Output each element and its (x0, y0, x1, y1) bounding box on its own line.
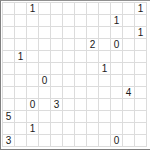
cell-r4c2[interactable] (27, 51, 39, 63)
cell-r1c1[interactable] (15, 15, 27, 27)
cell-r0c8[interactable] (99, 3, 111, 15)
cell-r1c3[interactable] (39, 15, 51, 27)
cell-r2c6[interactable] (75, 27, 87, 39)
cell-r3c3[interactable] (39, 39, 51, 51)
cell-r10c10[interactable] (123, 123, 135, 135)
cell-r11c5[interactable] (63, 135, 75, 147)
cell-r6c10[interactable] (123, 75, 135, 87)
cell-r3c4[interactable] (51, 39, 63, 51)
cell-r8c9[interactable] (111, 99, 123, 111)
cell-r11c0-clue: 3 (3, 135, 15, 147)
cell-r5c7[interactable] (87, 63, 99, 75)
cell-r2c11-clue: 1 (135, 27, 147, 39)
cell-r2c8[interactable] (99, 27, 111, 39)
cell-r11c11[interactable] (135, 135, 147, 147)
cell-r3c2[interactable] (27, 39, 39, 51)
cell-r6c4[interactable] (51, 75, 63, 87)
cell-r10c9[interactable] (111, 123, 123, 135)
cell-r5c8-clue: 1 (99, 63, 111, 75)
cell-r6c11[interactable] (135, 75, 147, 87)
cell-r0c11-clue: 1 (135, 3, 147, 15)
cell-r5c2[interactable] (27, 63, 39, 75)
cell-r2c3[interactable] (39, 27, 51, 39)
cell-r9c1[interactable] (15, 111, 27, 123)
cell-r10c6[interactable] (75, 123, 87, 135)
cell-r4c7[interactable] (87, 51, 99, 63)
cell-r5c9[interactable] (111, 63, 123, 75)
cell-r4c9[interactable] (111, 51, 123, 63)
cell-r9c8[interactable] (99, 111, 111, 123)
cell-r7c1[interactable] (15, 87, 27, 99)
cell-r11c9-clue: 0 (111, 135, 123, 147)
cell-r11c4[interactable] (51, 135, 63, 147)
cell-r9c4[interactable] (51, 111, 63, 123)
cell-r4c1-clue: 1 (15, 51, 27, 63)
cell-r5c1[interactable] (15, 63, 27, 75)
cell-r9c11[interactable] (135, 111, 147, 123)
cell-r9c9[interactable] (111, 111, 123, 123)
cell-r3c8[interactable] (99, 39, 111, 51)
cell-r10c4[interactable] (51, 123, 63, 135)
cell-r6c7[interactable] (87, 75, 99, 87)
cell-r7c0[interactable] (3, 87, 15, 99)
cell-r4c10[interactable] (123, 51, 135, 63)
cell-r8c2-clue: 0 (27, 99, 39, 111)
cell-r10c0[interactable] (3, 123, 15, 135)
cell-r8c8[interactable] (99, 99, 111, 111)
cell-r11c1[interactable] (15, 135, 27, 147)
cell-r7c8[interactable] (99, 87, 111, 99)
cell-r1c5[interactable] (63, 15, 75, 27)
cell-r10c1[interactable] (15, 123, 27, 135)
cell-r8c4-clue: 3 (51, 99, 63, 111)
cell-r7c5[interactable] (63, 87, 75, 99)
cell-r8c11[interactable] (135, 99, 147, 111)
cell-r10c5[interactable] (63, 123, 75, 135)
cell-r8c10[interactable] (123, 99, 135, 111)
puzzle-grid: 1111201104035130 (2, 2, 147, 147)
cell-r7c11[interactable] (135, 87, 147, 99)
cell-r0c9[interactable] (111, 3, 123, 15)
cell-r7c7[interactable] (87, 87, 99, 99)
cell-r9c5[interactable] (63, 111, 75, 123)
cell-r8c1[interactable] (15, 99, 27, 111)
cell-r8c7[interactable] (87, 99, 99, 111)
cell-r3c0[interactable] (3, 39, 15, 51)
cell-r8c0[interactable] (3, 99, 15, 111)
cell-r5c4[interactable] (51, 63, 63, 75)
cell-r4c4[interactable] (51, 51, 63, 63)
cell-r2c5[interactable] (63, 27, 75, 39)
cell-r5c0[interactable] (3, 63, 15, 75)
cell-r3c10[interactable] (123, 39, 135, 51)
cell-r10c3[interactable] (39, 123, 51, 135)
cell-r1c2[interactable] (27, 15, 39, 27)
cell-r2c2[interactable] (27, 27, 39, 39)
cell-r3c5[interactable] (63, 39, 75, 51)
cell-r10c8[interactable] (99, 123, 111, 135)
cell-r2c4[interactable] (51, 27, 63, 39)
cell-r5c6[interactable] (75, 63, 87, 75)
cell-r2c10[interactable] (123, 27, 135, 39)
cell-r3c7-clue: 2 (87, 39, 99, 51)
cell-r6c2[interactable] (27, 75, 39, 87)
cell-r6c8[interactable] (99, 75, 111, 87)
cell-r0c1[interactable] (15, 3, 27, 15)
cell-r11c6[interactable] (75, 135, 87, 147)
cell-r6c3-clue: 0 (39, 75, 51, 87)
cell-r7c9[interactable] (111, 87, 123, 99)
cell-r0c2-clue: 1 (27, 3, 39, 15)
cell-r2c1[interactable] (15, 27, 27, 39)
cell-r2c7[interactable] (87, 27, 99, 39)
cell-r11c8[interactable] (99, 135, 111, 147)
cell-r1c8[interactable] (99, 15, 111, 27)
cell-r7c2[interactable] (27, 87, 39, 99)
cell-r4c5[interactable] (63, 51, 75, 63)
cell-r1c4[interactable] (51, 15, 63, 27)
cell-r3c1[interactable] (15, 39, 27, 51)
cell-r8c5[interactable] (63, 99, 75, 111)
cell-r9c7[interactable] (87, 111, 99, 123)
cell-r1c6[interactable] (75, 15, 87, 27)
cell-r11c7[interactable] (87, 135, 99, 147)
cell-r9c0-clue: 5 (3, 111, 15, 123)
cell-r10c7[interactable] (87, 123, 99, 135)
cell-r0c0[interactable] (3, 3, 15, 15)
cell-r11c2[interactable] (27, 135, 39, 147)
cell-r9c6[interactable] (75, 111, 87, 123)
cell-r5c11[interactable] (135, 63, 147, 75)
cell-r7c3[interactable] (39, 87, 51, 99)
cell-r0c7[interactable] (87, 3, 99, 15)
cell-r4c11[interactable] (135, 51, 147, 63)
cell-r4c3[interactable] (39, 51, 51, 63)
cell-r11c10[interactable] (123, 135, 135, 147)
cell-r2c0[interactable] (3, 27, 15, 39)
cell-r7c4[interactable] (51, 87, 63, 99)
cell-r2c9[interactable] (111, 27, 123, 39)
cell-r3c11[interactable] (135, 39, 147, 51)
cell-r0c6[interactable] (75, 3, 87, 15)
cell-r1c10[interactable] (123, 15, 135, 27)
cell-r6c1[interactable] (15, 75, 27, 87)
cell-r6c5[interactable] (63, 75, 75, 87)
cell-r6c9[interactable] (111, 75, 123, 87)
cell-r1c7[interactable] (87, 15, 99, 27)
cell-r0c10[interactable] (123, 3, 135, 15)
cell-r7c6[interactable] (75, 87, 87, 99)
cell-r4c0[interactable] (3, 51, 15, 63)
cell-r5c3[interactable] (39, 63, 51, 75)
cell-r9c2[interactable] (27, 111, 39, 123)
cell-r3c6[interactable] (75, 39, 87, 51)
cell-r6c0[interactable] (3, 75, 15, 87)
cell-r5c10[interactable] (123, 63, 135, 75)
cell-r11c3[interactable] (39, 135, 51, 147)
cell-r1c9-clue: 1 (111, 15, 123, 27)
cell-r4c8[interactable] (99, 51, 111, 63)
cell-r5c5[interactable] (63, 63, 75, 75)
cell-r10c11[interactable] (135, 123, 147, 135)
cell-r9c3[interactable] (39, 111, 51, 123)
cell-r0c5[interactable] (63, 3, 75, 15)
cell-r3c9-clue: 0 (111, 39, 123, 51)
cell-r1c11[interactable] (135, 15, 147, 27)
cell-r7c10-clue: 4 (123, 87, 135, 99)
cell-r4c6[interactable] (75, 51, 87, 63)
cell-r10c2-clue: 1 (27, 123, 39, 135)
cell-r9c10[interactable] (123, 111, 135, 123)
puzzle-board: 1111201104035130 (0, 0, 150, 150)
cell-r6c6[interactable] (75, 75, 87, 87)
cell-r0c4[interactable] (51, 3, 63, 15)
cell-r8c6[interactable] (75, 99, 87, 111)
cell-r1c0[interactable] (3, 15, 15, 27)
cell-r8c3[interactable] (39, 99, 51, 111)
cell-r0c3[interactable] (39, 3, 51, 15)
